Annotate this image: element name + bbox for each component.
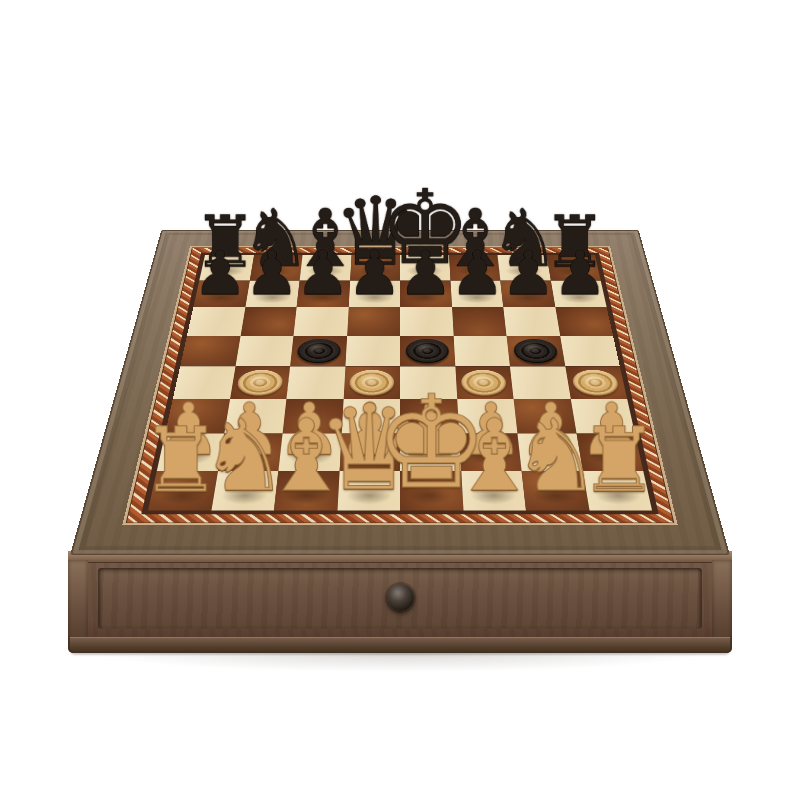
square-h7[interactable]: ♟ xyxy=(550,280,606,307)
case-base-molding xyxy=(70,637,730,653)
square-a6[interactable] xyxy=(187,307,245,336)
square-c6[interactable] xyxy=(293,307,348,336)
square-f5[interactable] xyxy=(453,336,510,366)
square-c5[interactable] xyxy=(290,336,347,366)
dark-checker-e5[interactable] xyxy=(405,339,449,363)
chess-chest-case xyxy=(68,551,732,653)
square-f6[interactable] xyxy=(452,307,507,336)
white-king-e1[interactable]: ♚ xyxy=(362,385,501,503)
square-e6[interactable] xyxy=(400,307,453,336)
square-h6[interactable] xyxy=(555,307,613,336)
inner-dark-band: ♜♞♝♛♚♝♞♜♟♟♟♟♟♟♟♟♟♟♟♟♟♟♟♟♜♞♝♛♚♝♞♜ xyxy=(141,253,658,515)
square-b6[interactable] xyxy=(240,307,296,336)
dark-checker-g5[interactable] xyxy=(512,339,559,363)
square-b5[interactable] xyxy=(235,336,293,366)
square-g1[interactable]: ♞ xyxy=(522,471,589,511)
board-frame: ♜♞♝♛♚♝♞♜♟♟♟♟♟♟♟♟♟♟♟♟♟♟♟♟♜♞♝♛♚♝♞♜ xyxy=(70,230,730,555)
product-photo-scene: ♜♞♝♛♚♝♞♜♟♟♟♟♟♟♟♟♟♟♟♟♟♟♟♟♜♞♝♛♚♝♞♜ xyxy=(0,0,800,800)
square-g6[interactable] xyxy=(503,307,559,336)
chess-board: ♜♞♝♛♚♝♞♜♟♟♟♟♟♟♟♟♟♟♟♟♟♟♟♟♜♞♝♛♚♝♞♜ xyxy=(148,255,652,510)
square-d6[interactable] xyxy=(347,307,400,336)
drawer-knob[interactable] xyxy=(387,584,414,611)
square-h5[interactable] xyxy=(560,336,620,366)
square-e1[interactable]: ♚ xyxy=(400,471,463,511)
square-g5[interactable] xyxy=(507,336,565,366)
black-pawn-h7[interactable]: ♟ xyxy=(523,246,637,302)
rope-inlay-border: ♜♞♝♛♚♝♞♜♟♟♟♟♟♟♟♟♟♟♟♟♟♟♟♟♜♞♝♛♚♝♞♜ xyxy=(126,247,675,523)
square-d5[interactable] xyxy=(345,336,400,366)
square-e5[interactable] xyxy=(400,336,455,366)
dark-checker-c5[interactable] xyxy=(296,339,341,363)
square-a5[interactable] xyxy=(180,336,240,366)
white-knight-g1[interactable]: ♞ xyxy=(487,411,626,502)
